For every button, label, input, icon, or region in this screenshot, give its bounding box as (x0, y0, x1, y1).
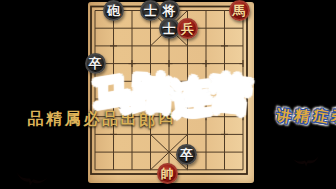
piece-black-soldier[interactable]: 卒 (176, 144, 197, 165)
banner-char: 精 (297, 94, 315, 97)
thumbnail-stage: 四郎出品必属精品 疑难杂症精讲 砲士将馬士兵卒卒帥 马踏连营 (0, 0, 336, 189)
bat-icon (13, 169, 49, 189)
piece-red-horse[interactable]: 馬 (229, 0, 250, 21)
piece-red-general[interactable]: 帥 (157, 163, 178, 184)
puzzle-title: 马踏连营 (84, 68, 258, 122)
title-char: 营 (208, 72, 251, 117)
right-banner-text: 疑难杂症精讲 (278, 40, 336, 152)
piece-red-soldier[interactable]: 兵 (177, 18, 198, 39)
piece-black-cannon[interactable]: 砲 (103, 0, 124, 21)
title-char: 马 (90, 71, 136, 118)
piece-black-advisor[interactable]: 士 (140, 0, 161, 21)
banner-char: 讲 (278, 94, 296, 97)
title-char: 踏 (131, 72, 172, 115)
bat-icon (291, 154, 320, 171)
title-char: 连 (169, 74, 213, 119)
banner-char: 症 (315, 94, 333, 97)
